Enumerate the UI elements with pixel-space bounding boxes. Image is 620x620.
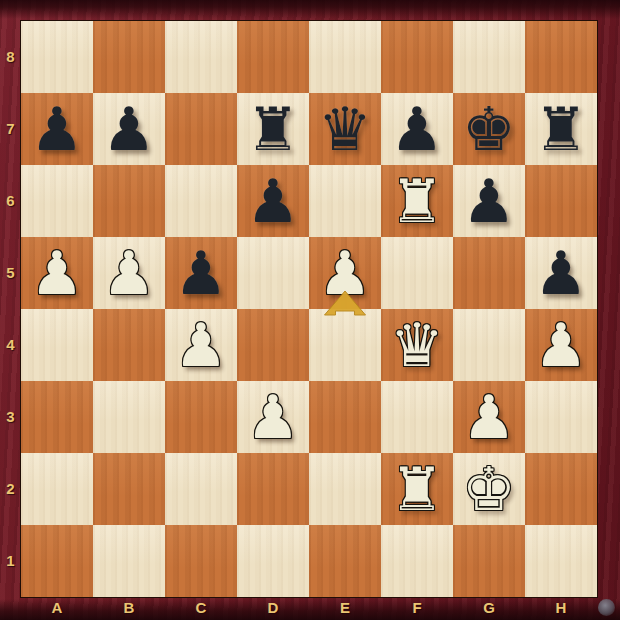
square-b2[interactable] bbox=[93, 453, 165, 525]
piece-white-pawn[interactable]: ♟ bbox=[174, 309, 228, 381]
square-e3[interactable] bbox=[309, 381, 381, 453]
square-h7[interactable]: ♜ bbox=[525, 93, 597, 165]
file-label-h: H bbox=[525, 597, 597, 620]
piece-white-pawn[interactable]: ♟ bbox=[246, 381, 300, 453]
frame-pin-dot bbox=[598, 599, 615, 616]
square-g6[interactable]: ♟ bbox=[453, 165, 525, 237]
square-c6[interactable] bbox=[165, 165, 237, 237]
rank-label-6: 6 bbox=[0, 165, 21, 237]
board-frame: ♟♟♜♛♟♚♜♟♜♟♟♟♟♟♟♟♛♟♟♟♜♚ 87654321ABCDEFGH bbox=[0, 0, 620, 620]
file-label-g: G bbox=[453, 597, 525, 620]
square-h8[interactable] bbox=[525, 21, 597, 93]
square-b5[interactable]: ♟ bbox=[93, 237, 165, 309]
piece-white-pawn[interactable]: ♟ bbox=[30, 237, 84, 309]
rank-label-2: 2 bbox=[0, 453, 21, 525]
square-g4[interactable] bbox=[453, 309, 525, 381]
rank-label-7: 7 bbox=[0, 93, 21, 165]
rank-label-8: 8 bbox=[0, 21, 21, 93]
square-d2[interactable] bbox=[237, 453, 309, 525]
square-c7[interactable] bbox=[165, 93, 237, 165]
square-g5[interactable] bbox=[453, 237, 525, 309]
square-c3[interactable] bbox=[165, 381, 237, 453]
square-g2[interactable]: ♚ bbox=[453, 453, 525, 525]
square-b4[interactable] bbox=[93, 309, 165, 381]
file-label-d: D bbox=[237, 597, 309, 620]
rank-label-5: 5 bbox=[0, 237, 21, 309]
square-d4[interactable] bbox=[237, 309, 309, 381]
piece-black-pawn[interactable]: ♟ bbox=[246, 165, 300, 237]
square-c2[interactable] bbox=[165, 453, 237, 525]
piece-white-king[interactable]: ♚ bbox=[462, 453, 516, 525]
square-h3[interactable] bbox=[525, 381, 597, 453]
piece-white-pawn[interactable]: ♟ bbox=[462, 381, 516, 453]
square-b7[interactable]: ♟ bbox=[93, 93, 165, 165]
file-label-b: B bbox=[93, 597, 165, 620]
square-d1[interactable] bbox=[237, 525, 309, 597]
square-e1[interactable] bbox=[309, 525, 381, 597]
rank-label-1: 1 bbox=[0, 525, 21, 597]
piece-black-rook[interactable]: ♜ bbox=[246, 93, 300, 165]
square-g1[interactable] bbox=[453, 525, 525, 597]
piece-black-rook[interactable]: ♜ bbox=[534, 93, 588, 165]
square-f5[interactable] bbox=[381, 237, 453, 309]
square-h1[interactable] bbox=[525, 525, 597, 597]
square-e5[interactable]: ♟ bbox=[309, 237, 381, 309]
square-g3[interactable]: ♟ bbox=[453, 381, 525, 453]
square-c8[interactable] bbox=[165, 21, 237, 93]
square-b8[interactable] bbox=[93, 21, 165, 93]
piece-white-queen[interactable]: ♛ bbox=[390, 309, 444, 381]
square-a6[interactable] bbox=[21, 165, 93, 237]
piece-black-king[interactable]: ♚ bbox=[462, 93, 516, 165]
square-d3[interactable]: ♟ bbox=[237, 381, 309, 453]
piece-black-pawn[interactable]: ♟ bbox=[174, 237, 228, 309]
square-h4[interactable]: ♟ bbox=[525, 309, 597, 381]
square-e7[interactable]: ♛ bbox=[309, 93, 381, 165]
square-e6[interactable] bbox=[309, 165, 381, 237]
square-c5[interactable]: ♟ bbox=[165, 237, 237, 309]
piece-black-pawn[interactable]: ♟ bbox=[534, 237, 588, 309]
piece-black-pawn[interactable]: ♟ bbox=[462, 165, 516, 237]
rank-label-3: 3 bbox=[0, 381, 21, 453]
piece-black-queen[interactable]: ♛ bbox=[318, 93, 372, 165]
square-h2[interactable] bbox=[525, 453, 597, 525]
square-a7[interactable]: ♟ bbox=[21, 93, 93, 165]
square-f1[interactable] bbox=[381, 525, 453, 597]
square-d5[interactable] bbox=[237, 237, 309, 309]
square-f6[interactable]: ♜ bbox=[381, 165, 453, 237]
square-f4[interactable]: ♛ bbox=[381, 309, 453, 381]
piece-white-rook[interactable]: ♜ bbox=[390, 453, 444, 525]
square-c1[interactable] bbox=[165, 525, 237, 597]
file-label-f: F bbox=[381, 597, 453, 620]
piece-black-pawn[interactable]: ♟ bbox=[30, 93, 84, 165]
piece-black-pawn[interactable]: ♟ bbox=[102, 93, 156, 165]
square-b3[interactable] bbox=[93, 381, 165, 453]
file-label-e: E bbox=[309, 597, 381, 620]
square-f7[interactable]: ♟ bbox=[381, 93, 453, 165]
square-d7[interactable]: ♜ bbox=[237, 93, 309, 165]
piece-white-pawn[interactable]: ♟ bbox=[534, 309, 588, 381]
square-d6[interactable]: ♟ bbox=[237, 165, 309, 237]
square-h5[interactable]: ♟ bbox=[525, 237, 597, 309]
square-b1[interactable] bbox=[93, 525, 165, 597]
square-e4[interactable] bbox=[309, 309, 381, 381]
chess-board: ♟♟♜♛♟♚♜♟♜♟♟♟♟♟♟♟♛♟♟♟♜♚ bbox=[21, 21, 597, 597]
square-f8[interactable] bbox=[381, 21, 453, 93]
square-a5[interactable]: ♟ bbox=[21, 237, 93, 309]
square-c4[interactable]: ♟ bbox=[165, 309, 237, 381]
square-a2[interactable] bbox=[21, 453, 93, 525]
square-a1[interactable] bbox=[21, 525, 93, 597]
square-b6[interactable] bbox=[93, 165, 165, 237]
piece-white-pawn[interactable]: ♟ bbox=[318, 237, 372, 309]
square-a3[interactable] bbox=[21, 381, 93, 453]
piece-white-pawn[interactable]: ♟ bbox=[102, 237, 156, 309]
square-f3[interactable] bbox=[381, 381, 453, 453]
file-label-a: A bbox=[21, 597, 93, 620]
square-a4[interactable] bbox=[21, 309, 93, 381]
square-a8[interactable] bbox=[21, 21, 93, 93]
square-e8[interactable] bbox=[309, 21, 381, 93]
square-g8[interactable] bbox=[453, 21, 525, 93]
square-h6[interactable] bbox=[525, 165, 597, 237]
piece-white-rook[interactable]: ♜ bbox=[390, 165, 444, 237]
rank-label-4: 4 bbox=[0, 309, 21, 381]
square-g7[interactable]: ♚ bbox=[453, 93, 525, 165]
square-f2[interactable]: ♜ bbox=[381, 453, 453, 525]
piece-black-pawn[interactable]: ♟ bbox=[390, 93, 444, 165]
square-d8[interactable] bbox=[237, 21, 309, 93]
file-label-c: C bbox=[165, 597, 237, 620]
square-e2[interactable] bbox=[309, 453, 381, 525]
